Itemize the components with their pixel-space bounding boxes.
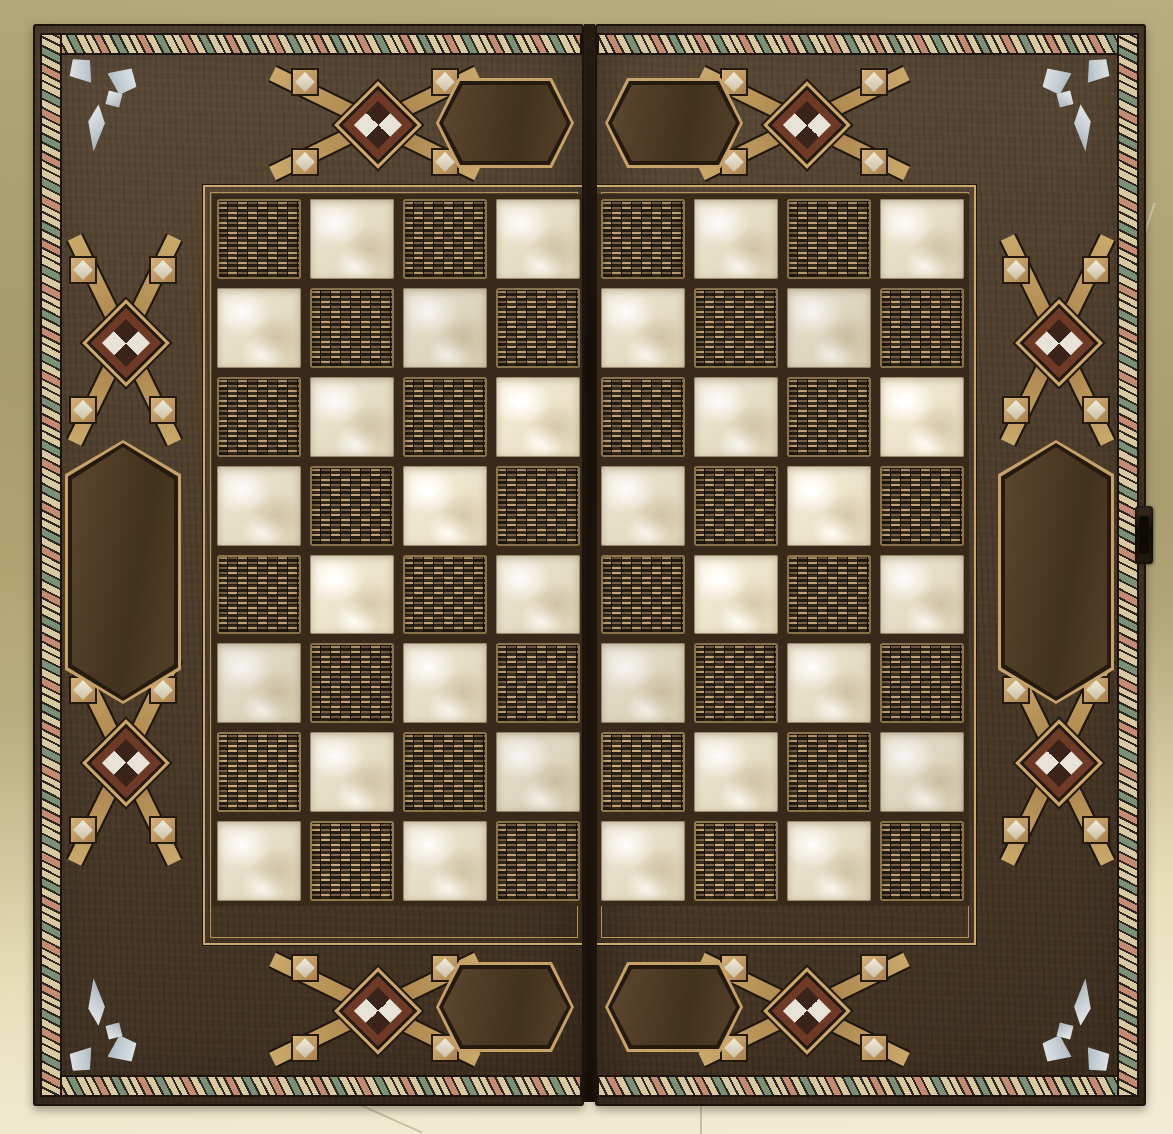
square-r5c5[interactable] [601, 555, 685, 635]
square-r1c4[interactable] [496, 199, 580, 279]
square-r4c3[interactable] [403, 466, 487, 546]
square-r2c6[interactable] [694, 288, 778, 368]
inlay-detail [443, 969, 567, 1045]
square-r8c8[interactable] [880, 821, 964, 901]
square-r2c3[interactable] [403, 288, 487, 368]
border-hexagon-cartouche-left [65, 440, 181, 704]
pearl-square-icon [106, 91, 123, 108]
square-r1c3[interactable] [403, 199, 487, 279]
square-r4c4[interactable] [496, 466, 580, 546]
square-r7c7[interactable] [787, 732, 871, 812]
square-r8c1[interactable] [217, 821, 301, 901]
square-r1c1[interactable] [217, 199, 301, 279]
square-r5c2[interactable] [310, 555, 394, 635]
pearl-kite-icon [83, 977, 110, 1027]
square-r2c5[interactable] [601, 288, 685, 368]
inlay-detail [295, 152, 315, 172]
square-r7c8[interactable] [880, 732, 964, 812]
inlay-detail [153, 400, 173, 420]
square-r4c8[interactable] [880, 466, 964, 546]
square-r1c2[interactable] [310, 199, 394, 279]
square-r7c4[interactable] [496, 732, 580, 812]
inlay-detail [149, 256, 177, 284]
pearl-kite-icon [59, 49, 104, 94]
inlay-detail [860, 148, 888, 176]
corner-pearl-kites-bottom-right [1008, 968, 1128, 1088]
inlay-detail [1086, 400, 1106, 420]
square-r8c3[interactable] [403, 821, 487, 901]
square-r3c3[interactable] [403, 377, 487, 457]
board-hinge-seam [584, 24, 595, 1102]
square-r3c2[interactable] [310, 377, 394, 457]
square-r5c4[interactable] [496, 555, 580, 635]
inlay-detail [612, 969, 736, 1045]
inlay-detail [73, 400, 93, 420]
square-r3c7[interactable] [787, 377, 871, 457]
board-left-panel [33, 24, 584, 1106]
inlay-detail [1006, 260, 1026, 280]
square-r5c6[interactable] [694, 555, 778, 635]
inlay-detail [82, 719, 170, 807]
square-r8c7[interactable] [787, 821, 871, 901]
inlay-detail [724, 1038, 744, 1058]
square-r2c8[interactable] [880, 288, 964, 368]
inlay-detail [1082, 256, 1110, 284]
square-r7c3[interactable] [403, 732, 487, 812]
square-r3c1[interactable] [217, 377, 301, 457]
square-r6c7[interactable] [787, 643, 871, 723]
pearl-square-icon [1057, 1023, 1074, 1040]
inlay-detail [153, 260, 173, 280]
square-r6c2[interactable] [310, 643, 394, 723]
border-hexagon-cartouche-top [605, 78, 743, 168]
pearl-kite-icon [1074, 49, 1119, 94]
board-grid-left [217, 199, 580, 901]
inlay-detail [1086, 260, 1106, 280]
square-r2c4[interactable] [496, 288, 580, 368]
square-r2c1[interactable] [217, 288, 301, 368]
square-r8c6[interactable] [694, 821, 778, 901]
square-r3c6[interactable] [694, 377, 778, 457]
corner-pearl-kites-top-left [51, 42, 171, 162]
inlay-detail [864, 152, 884, 172]
square-r2c2[interactable] [310, 288, 394, 368]
square-r7c1[interactable] [217, 732, 301, 812]
inlay-detail [69, 396, 97, 424]
board-right-panel [595, 24, 1146, 1106]
square-r3c8[interactable] [880, 377, 964, 457]
inlay-detail [69, 256, 97, 284]
inlay-detail [291, 68, 319, 96]
square-r6c4[interactable] [496, 643, 580, 723]
inlay-detail [295, 1038, 315, 1058]
border-hexagon-cartouche-bottom [605, 962, 743, 1052]
square-r6c1[interactable] [217, 643, 301, 723]
border-x-motif-right-upper [998, 240, 1114, 440]
inlay-detail [435, 1038, 455, 1058]
inlay-detail [334, 967, 422, 1055]
inlay-detail [149, 816, 177, 844]
inlay-detail [864, 1038, 884, 1058]
inlay-detail [860, 68, 888, 96]
square-r7c5[interactable] [601, 732, 685, 812]
square-r8c2[interactable] [310, 821, 394, 901]
photo-scene: { "game": "chess (folding inlaid marquet… [0, 0, 1173, 1134]
square-r4c5[interactable] [601, 466, 685, 546]
border-x-motif-left-upper [65, 240, 181, 440]
square-r3c5[interactable] [601, 377, 685, 457]
square-r6c6[interactable] [694, 643, 778, 723]
pearl-kite-icon [1070, 977, 1097, 1027]
inlay-detail [1086, 820, 1106, 840]
border-hexagon-cartouche-top [436, 78, 574, 168]
pearl-kite-icon [59, 1037, 104, 1082]
inlay-detail [443, 85, 567, 161]
square-r5c3[interactable] [403, 555, 487, 635]
inlay-detail [69, 816, 97, 844]
inlay-detail [291, 954, 319, 982]
inlay-detail [295, 72, 315, 92]
inlay-detail [860, 954, 888, 982]
square-r8c5[interactable] [601, 821, 685, 901]
pearl-kite-icon [1070, 103, 1097, 153]
inlay-detail [72, 447, 174, 697]
square-r6c5[interactable] [601, 643, 685, 723]
inlay-detail [291, 148, 319, 176]
square-r1c8[interactable] [880, 199, 964, 279]
inlay-detail [291, 1034, 319, 1062]
square-r1c7[interactable] [787, 199, 871, 279]
inlay-detail [1015, 299, 1103, 387]
corner-pearl-kites-top-right [1008, 42, 1128, 162]
inlay-detail [334, 81, 422, 169]
square-r5c8[interactable] [880, 555, 964, 635]
square-r8c4[interactable] [496, 821, 580, 901]
square-r4c7[interactable] [787, 466, 871, 546]
inlay-detail [435, 72, 455, 92]
rope-inlay-band-right [1117, 33, 1139, 1097]
metal-clasp [1135, 506, 1153, 564]
inlay-detail [763, 81, 851, 169]
square-r3c4[interactable] [496, 377, 580, 457]
inlay-detail [1082, 396, 1110, 424]
pearl-square-icon [1057, 91, 1074, 108]
inlay-detail [295, 958, 315, 978]
inlay-detail [149, 396, 177, 424]
inlay-detail [1002, 396, 1030, 424]
inlay-detail [73, 820, 93, 840]
square-r6c3[interactable] [403, 643, 487, 723]
inlay-detail [1015, 719, 1103, 807]
inlay-detail [82, 299, 170, 387]
square-r4c1[interactable] [217, 466, 301, 546]
square-r5c7[interactable] [787, 555, 871, 635]
square-r1c5[interactable] [601, 199, 685, 279]
inlay-detail [1006, 820, 1026, 840]
inlay-detail [73, 260, 93, 280]
corner-pearl-kites-bottom-left [51, 968, 171, 1088]
square-r7c2[interactable] [310, 732, 394, 812]
inlay-detail [1002, 256, 1030, 284]
inlay-detail [1006, 400, 1026, 420]
inlay-detail [864, 958, 884, 978]
inlay-detail [1002, 816, 1030, 844]
inlay-detail [864, 72, 884, 92]
inlay-detail [612, 85, 736, 161]
square-r2c7[interactable] [787, 288, 871, 368]
pearl-kite-icon [83, 103, 110, 153]
square-r7c6[interactable] [694, 732, 778, 812]
pearl-kite-icon [1074, 1037, 1119, 1082]
border-hexagon-cartouche-bottom [436, 962, 574, 1052]
chess-board [33, 24, 1138, 1102]
square-r4c2[interactable] [310, 466, 394, 546]
inlay-detail [1005, 447, 1107, 697]
inlay-detail [860, 1034, 888, 1062]
square-r1c6[interactable] [694, 199, 778, 279]
inlay-detail [763, 967, 851, 1055]
inlay-detail [1082, 816, 1110, 844]
rope-inlay-band-left [40, 33, 62, 1097]
square-r6c8[interactable] [880, 643, 964, 723]
square-r4c6[interactable] [694, 466, 778, 546]
square-r5c1[interactable] [217, 555, 301, 635]
inlay-detail [724, 72, 744, 92]
inlay-detail [153, 820, 173, 840]
border-hexagon-cartouche-right [998, 440, 1114, 704]
board-grid-right [601, 199, 964, 901]
